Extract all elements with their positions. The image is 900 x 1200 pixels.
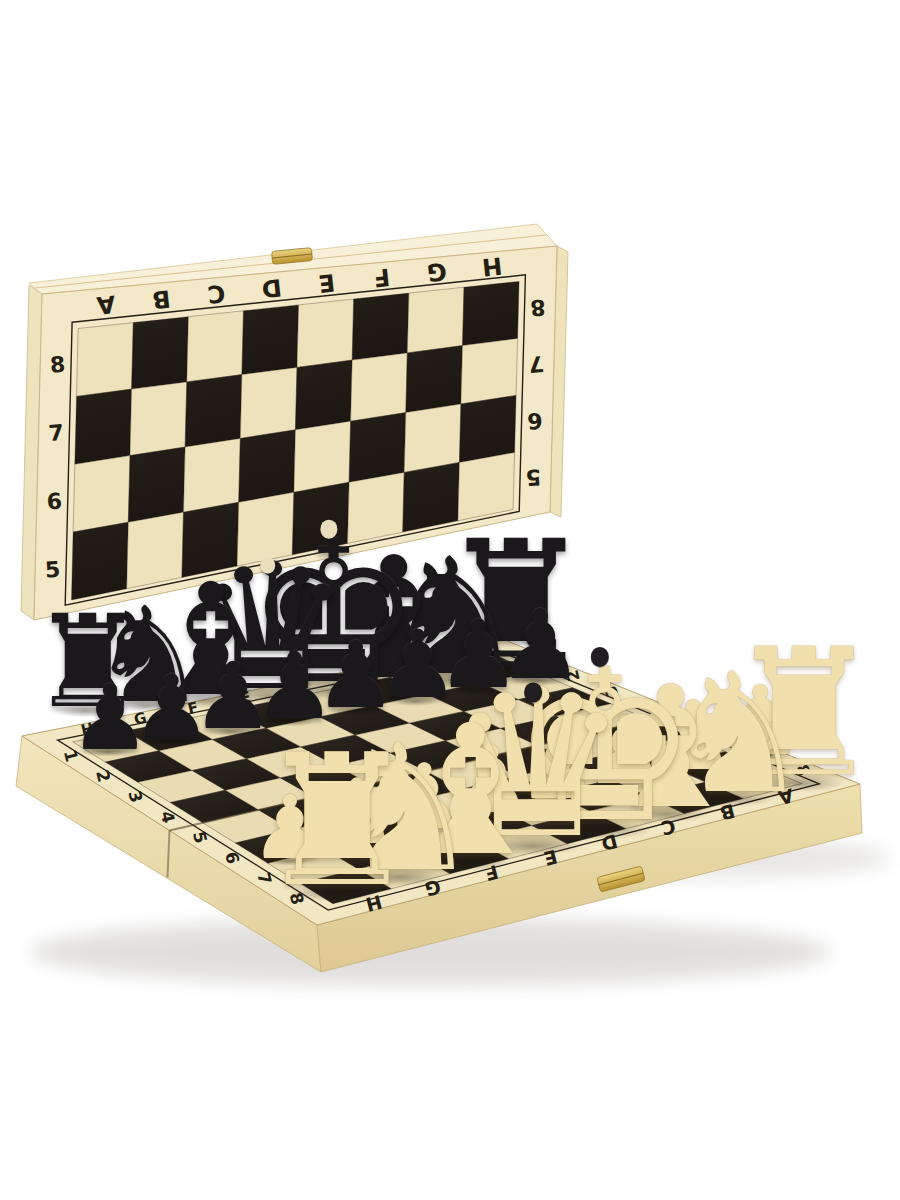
- upright-board-square: [127, 512, 184, 589]
- upright-board-square: [294, 421, 351, 492]
- upright-board-square: [459, 395, 516, 462]
- upright-folded-board: ABCDEFGH88776655: [21, 224, 568, 620]
- flat-open-board: 1122334455667788HHGGFFEEDDCCBBAA: [16, 640, 862, 972]
- upright-board-square: [187, 311, 244, 382]
- upright-board-square: [297, 299, 354, 367]
- upright-file-label: B: [151, 284, 172, 314]
- upright-board-square: [72, 522, 129, 600]
- upright-file-label: F: [372, 262, 391, 292]
- upright-board-square: [403, 462, 460, 532]
- upright-rank-label-right: 5: [525, 464, 542, 490]
- upright-file-label: E: [317, 268, 336, 298]
- upright-rank-label-left: 6: [46, 488, 63, 514]
- upright-board-square: [404, 404, 461, 472]
- upright-rank-label-right: 7: [528, 351, 545, 377]
- upright-rank-label-left: 7: [47, 420, 64, 446]
- upright-file-label: G: [426, 257, 449, 287]
- upright-board-square: [242, 305, 299, 375]
- upright-board-square: [295, 360, 352, 430]
- upright-board-square: [461, 338, 518, 404]
- upright-board-square: [130, 382, 187, 456]
- upright-file-label: C: [206, 279, 226, 309]
- upright-board-square: [237, 492, 294, 566]
- upright-board-square: [132, 317, 189, 389]
- upright-rank-label-left: 8: [49, 352, 66, 378]
- upright-board-square: [239, 430, 296, 503]
- upright-board-square: [182, 502, 239, 577]
- upright-file-label: D: [260, 273, 283, 303]
- upright-board-square: [185, 375, 242, 447]
- upright-rank-label-right: 8: [529, 294, 546, 320]
- upright-rank-label-left: 5: [44, 557, 61, 583]
- chess-set-scene: ABCDEFGH887766551122334455667788HHGGFFEE…: [0, 0, 900, 1200]
- upright-board-square: [348, 472, 405, 543]
- upright-file-label: H: [481, 251, 504, 281]
- upright-board-square: [77, 323, 134, 397]
- upright-board-square: [240, 367, 297, 438]
- upright-rank-label-right: 6: [526, 408, 543, 434]
- upright-board-square: [352, 293, 409, 360]
- upright-board-square: [406, 346, 463, 413]
- upright-file-label: A: [95, 290, 117, 320]
- upright-board-square: [351, 353, 408, 421]
- upright-board-square: [292, 482, 349, 555]
- upright-board-square: [463, 281, 520, 345]
- upright-board-square: [75, 389, 132, 464]
- upright-board-square: [73, 456, 130, 532]
- upright-board-square: [349, 413, 406, 483]
- upright-board-square: [407, 287, 464, 353]
- upright-board-square: [128, 447, 185, 522]
- product-photo: ABCDEFGH887766551122334455667788HHGGFFEE…: [0, 0, 900, 1200]
- upright-board-square: [184, 438, 241, 512]
- upright-board-square: [458, 453, 515, 521]
